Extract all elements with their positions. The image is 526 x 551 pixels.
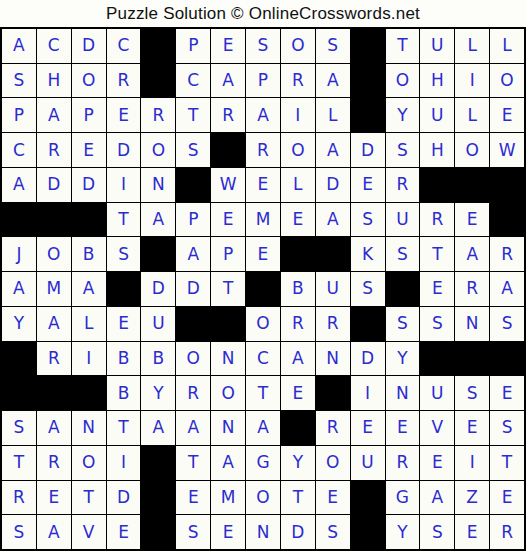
letter-cell-r6c10: A <box>316 203 350 237</box>
letter-cell-r4c5: O <box>141 133 175 167</box>
letter-cell-r9c13: S <box>420 307 454 341</box>
letter-cell-r14c13: A <box>420 481 454 515</box>
letter-cell-r3c3: P <box>72 98 106 132</box>
letter-cell-r8c10: U <box>316 272 350 306</box>
letter-cell-r6c12: U <box>386 203 420 237</box>
letter-cell-r12c3: N <box>72 411 106 445</box>
block-cell-r11c10 <box>316 376 350 410</box>
letter-cell-r14c8: O <box>246 481 280 515</box>
block-cell-r9c11 <box>351 307 385 341</box>
crossword-grid: ACDCPESOSTULLSHORCAPRAOHIOPAPERTRAILYULE… <box>0 27 526 551</box>
block-cell-r15c11 <box>351 515 385 549</box>
letter-cell-r13c12: R <box>386 446 420 480</box>
letter-cell-r8c1: A <box>2 272 36 306</box>
letter-cell-r8c15: A <box>490 272 524 306</box>
letter-cell-r9c14: N <box>455 307 489 341</box>
letter-cell-r3c8: A <box>246 98 280 132</box>
letter-cell-r7c13: T <box>420 237 454 271</box>
block-cell-r1c11 <box>351 29 385 63</box>
block-cell-r15c5 <box>141 515 175 549</box>
block-cell-r6c15 <box>490 203 524 237</box>
letter-cell-r12c7: N <box>211 411 245 445</box>
letter-cell-r13c7: A <box>211 446 245 480</box>
letter-cell-r14c10: E <box>316 481 350 515</box>
letter-cell-r7c8: E <box>246 237 280 271</box>
letter-cell-r8c3: A <box>72 272 106 306</box>
block-cell-r5c15 <box>490 168 524 202</box>
letter-cell-r15c9: D <box>281 515 315 549</box>
letter-cell-r1c15: L <box>490 29 524 63</box>
letter-cell-r10c8: C <box>246 342 280 376</box>
letter-cell-r6c9: E <box>281 203 315 237</box>
letter-cell-r1c3: D <box>72 29 106 63</box>
letter-cell-r14c9: T <box>281 481 315 515</box>
letter-cell-r10c11: D <box>351 342 385 376</box>
letter-cell-r3c5: R <box>141 98 175 132</box>
letter-cell-r15c8: N <box>246 515 280 549</box>
letter-cell-r2c14: I <box>455 64 489 98</box>
block-cell-r7c9 <box>281 237 315 271</box>
letter-cell-r4c8: R <box>246 133 280 167</box>
letter-cell-r4c13: H <box>420 133 454 167</box>
letter-cell-r13c13: E <box>420 446 454 480</box>
letter-cell-r1c6: P <box>176 29 210 63</box>
letter-cell-r8c5: D <box>141 272 175 306</box>
letter-cell-r12c5: A <box>141 411 175 445</box>
letter-cell-r4c2: R <box>37 133 71 167</box>
letter-cell-r3c2: A <box>37 98 71 132</box>
block-cell-r5c6 <box>176 168 210 202</box>
block-cell-r10c14 <box>455 342 489 376</box>
letter-cell-r2c1: S <box>2 64 36 98</box>
letter-cell-r10c3: I <box>72 342 106 376</box>
letter-cell-r4c6: S <box>176 133 210 167</box>
letter-cell-r14c6: E <box>176 481 210 515</box>
letter-cell-r12c11: E <box>351 411 385 445</box>
letter-cell-r5c7: W <box>211 168 245 202</box>
letter-cell-r7c2: O <box>37 237 71 271</box>
letter-cell-r4c9: O <box>281 133 315 167</box>
letter-cell-r14c15: E <box>490 481 524 515</box>
letter-cell-r10c12: Y <box>386 342 420 376</box>
letter-cell-r6c11: S <box>351 203 385 237</box>
block-cell-r10c15 <box>490 342 524 376</box>
letter-cell-r11c12: N <box>386 376 420 410</box>
letter-cell-r4c1: C <box>2 133 36 167</box>
letter-cell-r5c1: A <box>2 168 36 202</box>
letter-cell-r5c3: D <box>72 168 106 202</box>
block-cell-r7c5 <box>141 237 175 271</box>
letter-cell-r9c15: S <box>490 307 524 341</box>
letter-cell-r2c8: P <box>246 64 280 98</box>
puzzle-solution-page: Puzzle Solution © OnlineCrosswords.net A… <box>0 0 526 551</box>
letter-cell-r2c3: O <box>72 64 106 98</box>
letter-cell-r5c2: D <box>37 168 71 202</box>
letter-cell-r2c13: H <box>420 64 454 98</box>
letter-cell-r8c14: R <box>455 272 489 306</box>
letter-cell-r10c9: A <box>281 342 315 376</box>
letter-cell-r3c10: L <box>316 98 350 132</box>
letter-cell-r6c13: R <box>420 203 454 237</box>
letter-cell-r9c12: S <box>386 307 420 341</box>
letter-cell-r12c6: A <box>176 411 210 445</box>
letter-cell-r7c6: A <box>176 237 210 271</box>
block-cell-r1c5 <box>141 29 175 63</box>
letter-cell-r15c4: E <box>107 515 141 549</box>
letter-cell-r15c10: S <box>316 515 350 549</box>
letter-cell-r15c6: S <box>176 515 210 549</box>
letter-cell-r14c12: G <box>386 481 420 515</box>
letter-cell-r12c2: A <box>37 411 71 445</box>
letter-cell-r13c2: R <box>37 446 71 480</box>
letter-cell-r5c5: N <box>141 168 175 202</box>
letter-cell-r5c4: I <box>107 168 141 202</box>
letter-cell-r5c12: R <box>386 168 420 202</box>
letter-cell-r8c11: S <box>351 272 385 306</box>
letter-cell-r14c3: T <box>72 481 106 515</box>
letter-cell-r8c2: M <box>37 272 71 306</box>
letter-cell-r7c12: S <box>386 237 420 271</box>
letter-cell-r13c11: U <box>351 446 385 480</box>
letter-cell-r3c15: E <box>490 98 524 132</box>
letter-cell-r15c7: E <box>211 515 245 549</box>
letter-cell-r11c15: E <box>490 376 524 410</box>
letter-cell-r3c9: I <box>281 98 315 132</box>
block-cell-r7c10 <box>316 237 350 271</box>
block-cell-r3c11 <box>351 98 385 132</box>
letter-cell-r15c12: Y <box>386 515 420 549</box>
block-cell-r5c14 <box>455 168 489 202</box>
block-cell-r6c2 <box>37 203 71 237</box>
letter-cell-r8c9: B <box>281 272 315 306</box>
letter-cell-r6c7: E <box>211 203 245 237</box>
letter-cell-r2c4: R <box>107 64 141 98</box>
letter-cell-r2c15: O <box>490 64 524 98</box>
letter-cell-r5c9: L <box>281 168 315 202</box>
letter-cell-r12c1: S <box>2 411 36 445</box>
letter-cell-r6c8: M <box>246 203 280 237</box>
block-cell-r11c1 <box>2 376 36 410</box>
letter-cell-r10c6: O <box>176 342 210 376</box>
letter-cell-r11c11: I <box>351 376 385 410</box>
letter-cell-r1c2: C <box>37 29 71 63</box>
block-cell-r11c2 <box>37 376 71 410</box>
letter-cell-r10c2: R <box>37 342 71 376</box>
letter-cell-r4c4: D <box>107 133 141 167</box>
letter-cell-r11c14: S <box>455 376 489 410</box>
letter-cell-r13c8: G <box>246 446 280 480</box>
block-cell-r2c11 <box>351 64 385 98</box>
letter-cell-r6c14: E <box>455 203 489 237</box>
page-title: Puzzle Solution © OnlineCrosswords.net <box>0 0 526 27</box>
letter-cell-r11c7: O <box>211 376 245 410</box>
letter-cell-r5c10: D <box>316 168 350 202</box>
letter-cell-r15c3: V <box>72 515 106 549</box>
letter-cell-r11c5: Y <box>141 376 175 410</box>
letter-cell-r1c7: E <box>211 29 245 63</box>
block-cell-r9c7 <box>211 307 245 341</box>
block-cell-r13c5 <box>141 446 175 480</box>
letter-cell-r13c1: T <box>2 446 36 480</box>
letter-cell-r9c10: R <box>316 307 350 341</box>
letter-cell-r3c4: E <box>107 98 141 132</box>
letter-cell-r14c1: R <box>2 481 36 515</box>
letter-cell-r9c9: R <box>281 307 315 341</box>
letter-cell-r9c5: U <box>141 307 175 341</box>
letter-cell-r15c1: S <box>2 515 36 549</box>
letter-cell-r1c12: T <box>386 29 420 63</box>
letter-cell-r6c4: T <box>107 203 141 237</box>
block-cell-r14c5 <box>141 481 175 515</box>
letter-cell-r7c1: J <box>2 237 36 271</box>
letter-cell-r6c5: A <box>141 203 175 237</box>
block-cell-r2c5 <box>141 64 175 98</box>
letter-cell-r13c14: I <box>455 446 489 480</box>
letter-cell-r1c13: U <box>420 29 454 63</box>
block-cell-r6c3 <box>72 203 106 237</box>
letter-cell-r13c10: O <box>316 446 350 480</box>
letter-cell-r12c14: E <box>455 411 489 445</box>
letter-cell-r8c7: T <box>211 272 245 306</box>
letter-cell-r12c12: E <box>386 411 420 445</box>
letter-cell-r12c10: R <box>316 411 350 445</box>
letter-cell-r11c6: R <box>176 376 210 410</box>
letter-cell-r13c15: T <box>490 446 524 480</box>
letter-cell-r11c4: B <box>107 376 141 410</box>
block-cell-r9c6 <box>176 307 210 341</box>
letter-cell-r2c7: A <box>211 64 245 98</box>
letter-cell-r15c15: R <box>490 515 524 549</box>
letter-cell-r7c4: S <box>107 237 141 271</box>
letter-cell-r3c14: L <box>455 98 489 132</box>
letter-cell-r13c6: T <box>176 446 210 480</box>
letter-cell-r12c4: T <box>107 411 141 445</box>
letter-cell-r12c13: V <box>420 411 454 445</box>
letter-cell-r7c14: A <box>455 237 489 271</box>
letter-cell-r15c14: E <box>455 515 489 549</box>
letter-cell-r2c12: O <box>386 64 420 98</box>
letter-cell-r13c9: Y <box>281 446 315 480</box>
letter-cell-r11c13: U <box>420 376 454 410</box>
letter-cell-r14c14: Z <box>455 481 489 515</box>
letter-cell-r13c3: O <box>72 446 106 480</box>
letter-cell-r5c8: E <box>246 168 280 202</box>
letter-cell-r2c2: H <box>37 64 71 98</box>
letter-cell-r9c2: A <box>37 307 71 341</box>
letter-cell-r14c7: M <box>211 481 245 515</box>
letter-cell-r8c6: D <box>176 272 210 306</box>
letter-cell-r15c13: S <box>420 515 454 549</box>
letter-cell-r9c1: Y <box>2 307 36 341</box>
letter-cell-r2c10: A <box>316 64 350 98</box>
letter-cell-r9c4: E <box>107 307 141 341</box>
letter-cell-r13c4: I <box>107 446 141 480</box>
letter-cell-r9c8: O <box>246 307 280 341</box>
letter-cell-r1c8: S <box>246 29 280 63</box>
block-cell-r8c4 <box>107 272 141 306</box>
block-cell-r6c1 <box>2 203 36 237</box>
letter-cell-r1c10: S <box>316 29 350 63</box>
letter-cell-r15c2: A <box>37 515 71 549</box>
letter-cell-r2c9: R <box>281 64 315 98</box>
letter-cell-r7c7: P <box>211 237 245 271</box>
letter-cell-r11c8: T <box>246 376 280 410</box>
block-cell-r4c7 <box>211 133 245 167</box>
letter-cell-r1c1: A <box>2 29 36 63</box>
letter-cell-r5c11: E <box>351 168 385 202</box>
letter-cell-r9c3: L <box>72 307 106 341</box>
letter-cell-r7c15: R <box>490 237 524 271</box>
letter-cell-r10c4: B <box>107 342 141 376</box>
letter-cell-r4c11: D <box>351 133 385 167</box>
letter-cell-r4c12: S <box>386 133 420 167</box>
block-cell-r14c11 <box>351 481 385 515</box>
letter-cell-r6c6: P <box>176 203 210 237</box>
letter-cell-r10c10: N <box>316 342 350 376</box>
letter-cell-r10c7: N <box>211 342 245 376</box>
letter-cell-r3c6: T <box>176 98 210 132</box>
letter-cell-r8c13: E <box>420 272 454 306</box>
letter-cell-r7c11: K <box>351 237 385 271</box>
letter-cell-r4c3: E <box>72 133 106 167</box>
letter-cell-r3c12: Y <box>386 98 420 132</box>
letter-cell-r10c5: B <box>141 342 175 376</box>
letter-cell-r4c14: O <box>455 133 489 167</box>
letter-cell-r4c10: A <box>316 133 350 167</box>
block-cell-r8c8 <box>246 272 280 306</box>
letter-cell-r3c1: P <box>2 98 36 132</box>
letter-cell-r2c6: C <box>176 64 210 98</box>
letter-cell-r1c14: L <box>455 29 489 63</box>
letter-cell-r1c4: C <box>107 29 141 63</box>
letter-cell-r14c4: D <box>107 481 141 515</box>
letter-cell-r12c8: A <box>246 411 280 445</box>
letter-cell-r1c9: O <box>281 29 315 63</box>
letter-cell-r12c15: S <box>490 411 524 445</box>
letter-cell-r7c3: B <box>72 237 106 271</box>
letter-cell-r3c13: U <box>420 98 454 132</box>
letter-cell-r14c2: E <box>37 481 71 515</box>
block-cell-r5c13 <box>420 168 454 202</box>
letter-cell-r3c7: R <box>211 98 245 132</box>
block-cell-r11c3 <box>72 376 106 410</box>
block-cell-r8c12 <box>386 272 420 306</box>
block-cell-r10c1 <box>2 342 36 376</box>
block-cell-r10c13 <box>420 342 454 376</box>
letter-cell-r11c9: E <box>281 376 315 410</box>
block-cell-r12c9 <box>281 411 315 445</box>
letter-cell-r4c15: W <box>490 133 524 167</box>
